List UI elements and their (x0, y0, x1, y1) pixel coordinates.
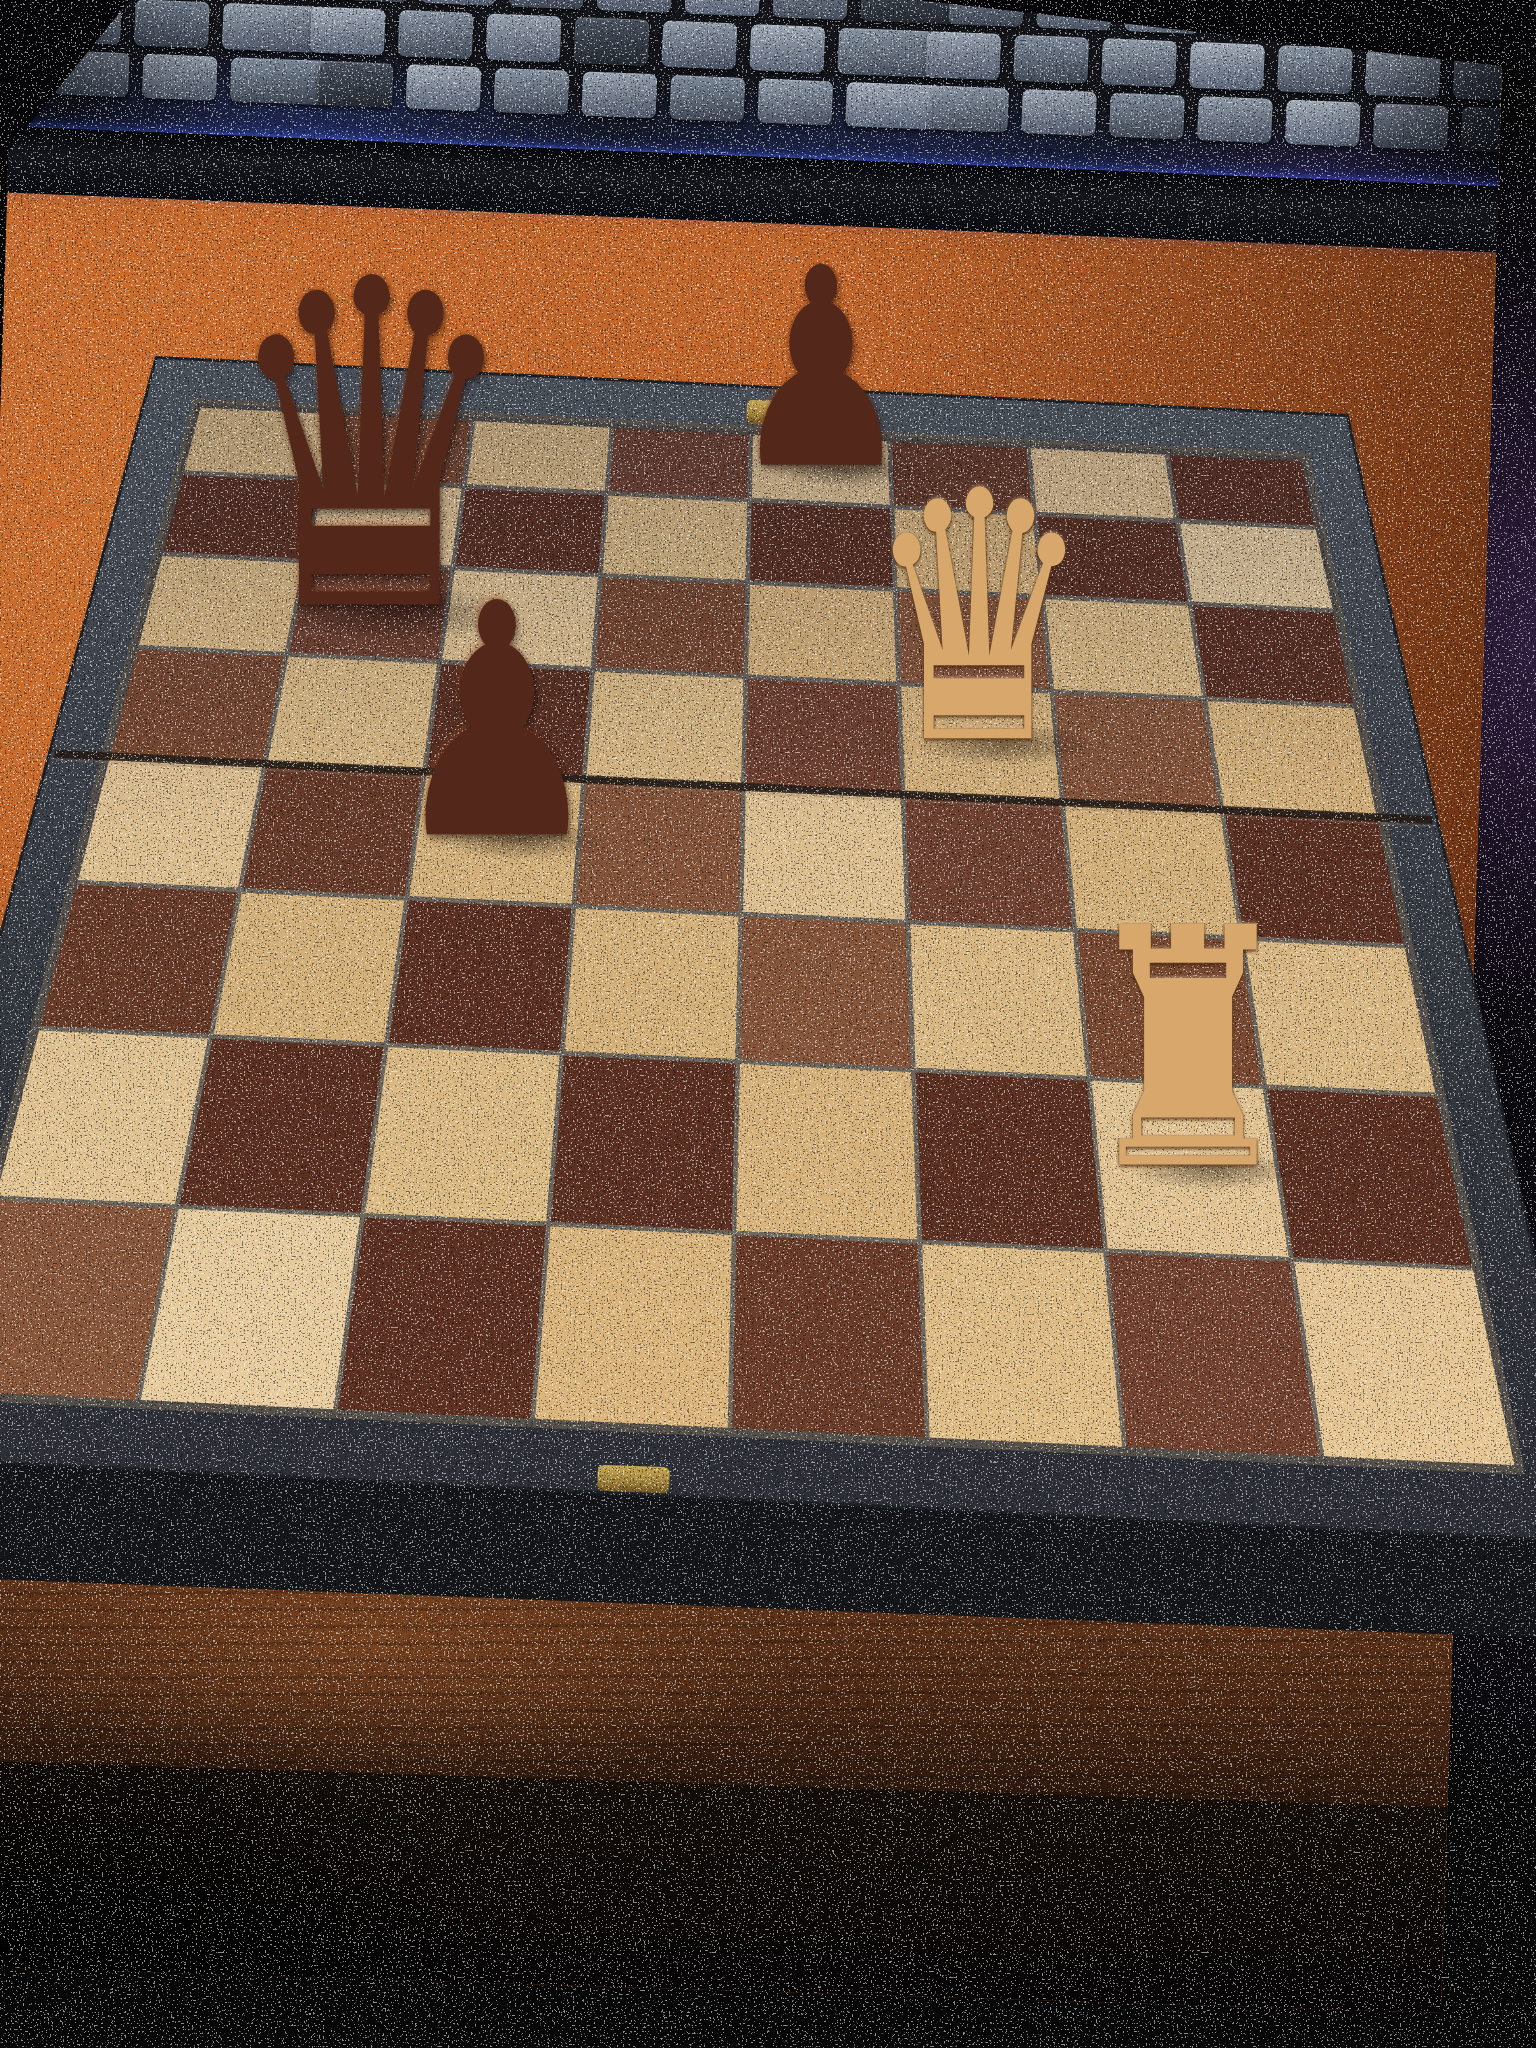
piece-white-rook-g2[interactable]: ♜ (1078, 885, 1297, 1215)
piece-white-queen-f5[interactable]: ♛ (865, 446, 1094, 791)
photo-of-chessboard: { "game": "chess", "scene": "Overhead ph… (0, 0, 1536, 2048)
piece-black-pawn-c4[interactable]: ♟ (391, 562, 605, 884)
brass-clasp-icon (597, 1465, 670, 1493)
